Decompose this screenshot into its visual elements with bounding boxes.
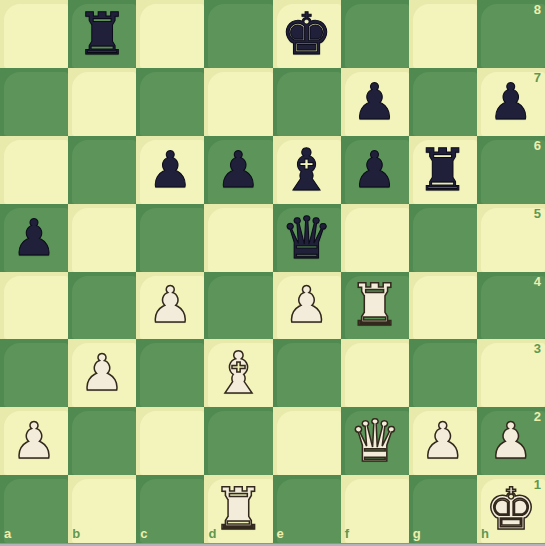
square-g3[interactable] <box>409 339 477 407</box>
square-d7[interactable] <box>204 68 272 136</box>
square-d8[interactable] <box>204 0 272 68</box>
square-a1[interactable]: a <box>0 475 68 543</box>
square-g8[interactable] <box>409 0 477 68</box>
square-inner-shading <box>72 208 136 272</box>
square-inner-shading <box>140 4 204 68</box>
square-inner-shading <box>413 208 477 272</box>
square-a3[interactable] <box>0 339 68 407</box>
piece-black-rook[interactable]: ♜ <box>409 136 477 204</box>
square-inner-shading <box>345 4 409 68</box>
piece-white-rook[interactable]: ♜ <box>341 272 409 340</box>
square-g7[interactable] <box>409 68 477 136</box>
piece-white-pawn[interactable]: ♟ <box>0 407 68 475</box>
square-inner-shading <box>72 140 136 204</box>
square-a4[interactable] <box>0 272 68 340</box>
square-a8[interactable] <box>0 0 68 68</box>
square-b7[interactable] <box>68 68 136 136</box>
square-d5[interactable] <box>204 204 272 272</box>
square-g5[interactable] <box>409 204 477 272</box>
square-f7[interactable]: ♟ <box>341 68 409 136</box>
piece-white-pawn[interactable]: ♟ <box>136 272 204 340</box>
piece-black-bishop[interactable]: ♝ <box>273 136 341 204</box>
square-c4[interactable]: ♟ <box>136 272 204 340</box>
square-d1[interactable]: ♜d <box>204 475 272 543</box>
square-inner-shading <box>4 276 68 340</box>
square-f6[interactable]: ♟ <box>341 136 409 204</box>
square-e2[interactable] <box>273 407 341 475</box>
square-inner-shading <box>140 343 204 407</box>
square-inner-shading <box>72 479 136 543</box>
square-a5[interactable]: ♟ <box>0 204 68 272</box>
square-c7[interactable] <box>136 68 204 136</box>
square-inner-shading <box>72 411 136 475</box>
square-inner-shading <box>413 479 477 543</box>
square-h3[interactable]: 3 <box>477 339 545 407</box>
file-label-g: g <box>413 527 421 540</box>
rank-label-6: 6 <box>534 139 541 152</box>
square-inner-shading <box>345 343 409 407</box>
square-inner-shading <box>413 4 477 68</box>
square-inner-shading <box>140 72 204 136</box>
square-a6[interactable] <box>0 136 68 204</box>
square-b2[interactable] <box>68 407 136 475</box>
square-inner-shading <box>4 479 68 543</box>
square-b3[interactable]: ♟ <box>68 339 136 407</box>
chess-board: ♜♚8♟♟7♟♟♝♟♜6♟♛5♟♟♜4♟♝3♟♛♟♟2abc♜defg♚1h <box>0 0 545 543</box>
square-d3[interactable]: ♝ <box>204 339 272 407</box>
square-c3[interactable] <box>136 339 204 407</box>
rank-label-3: 3 <box>534 342 541 355</box>
square-d6[interactable]: ♟ <box>204 136 272 204</box>
square-inner-shading <box>413 343 477 407</box>
piece-black-pawn[interactable]: ♟ <box>341 136 409 204</box>
file-label-f: f <box>345 527 349 540</box>
square-h7[interactable]: ♟7 <box>477 68 545 136</box>
square-h2[interactable]: ♟2 <box>477 407 545 475</box>
square-inner-shading <box>4 343 68 407</box>
piece-black-pawn[interactable]: ♟ <box>0 204 68 272</box>
square-inner-shading <box>345 208 409 272</box>
piece-white-queen[interactable]: ♛ <box>341 407 409 475</box>
square-b8[interactable]: ♜ <box>68 0 136 68</box>
square-inner-shading <box>277 411 341 475</box>
square-d4[interactable] <box>204 272 272 340</box>
square-f4[interactable]: ♜ <box>341 272 409 340</box>
square-f5[interactable] <box>341 204 409 272</box>
square-inner-shading <box>208 411 272 475</box>
piece-black-pawn[interactable]: ♟ <box>341 68 409 136</box>
square-inner-shading <box>72 276 136 340</box>
square-h8[interactable]: 8 <box>477 0 545 68</box>
square-e8[interactable]: ♚ <box>273 0 341 68</box>
square-a7[interactable] <box>0 68 68 136</box>
square-g6[interactable]: ♜ <box>409 136 477 204</box>
square-inner-shading <box>413 72 477 136</box>
piece-black-rook[interactable]: ♜ <box>68 0 136 68</box>
square-inner-shading <box>277 72 341 136</box>
square-e1[interactable]: e <box>273 475 341 543</box>
square-b4[interactable] <box>68 272 136 340</box>
square-inner-shading <box>208 276 272 340</box>
square-a2[interactable]: ♟ <box>0 407 68 475</box>
square-c5[interactable] <box>136 204 204 272</box>
square-f1[interactable]: f <box>341 475 409 543</box>
file-label-b: b <box>72 527 80 540</box>
square-e7[interactable] <box>273 68 341 136</box>
piece-black-pawn[interactable]: ♟ <box>204 136 272 204</box>
square-inner-shading <box>413 276 477 340</box>
square-b1[interactable]: b <box>68 475 136 543</box>
square-inner-shading <box>140 479 204 543</box>
square-b6[interactable] <box>68 136 136 204</box>
square-inner-shading <box>208 4 272 68</box>
piece-white-pawn[interactable]: ♟ <box>273 272 341 340</box>
piece-black-queen[interactable]: ♛ <box>273 204 341 272</box>
rank-label-4: 4 <box>534 275 541 288</box>
rank-label-7: 7 <box>534 71 541 84</box>
file-label-h: h <box>481 527 489 540</box>
rank-label-5: 5 <box>534 207 541 220</box>
square-inner-shading <box>208 208 272 272</box>
square-g4[interactable] <box>409 272 477 340</box>
file-label-a: a <box>4 527 11 540</box>
piece-black-king[interactable]: ♚ <box>273 0 341 68</box>
square-f8[interactable] <box>341 0 409 68</box>
square-h4[interactable]: 4 <box>477 272 545 340</box>
piece-white-pawn[interactable]: ♟ <box>68 339 136 407</box>
square-inner-shading <box>277 479 341 543</box>
square-inner-shading <box>277 343 341 407</box>
file-label-d: d <box>208 527 216 540</box>
square-e3[interactable] <box>273 339 341 407</box>
square-h1[interactable]: ♚1h <box>477 475 545 543</box>
square-d2[interactable] <box>204 407 272 475</box>
square-c8[interactable] <box>136 0 204 68</box>
square-c6[interactable]: ♟ <box>136 136 204 204</box>
rank-label-1: 1 <box>534 478 541 491</box>
rank-label-2: 2 <box>534 410 541 423</box>
square-f2[interactable]: ♛ <box>341 407 409 475</box>
square-e4[interactable]: ♟ <box>273 272 341 340</box>
piece-white-bishop[interactable]: ♝ <box>204 339 272 407</box>
square-g2[interactable]: ♟ <box>409 407 477 475</box>
file-label-c: c <box>140 527 147 540</box>
square-inner-shading <box>4 4 68 68</box>
piece-black-pawn[interactable]: ♟ <box>136 136 204 204</box>
square-e5[interactable]: ♛ <box>273 204 341 272</box>
square-e6[interactable]: ♝ <box>273 136 341 204</box>
page: ♜♚8♟♟7♟♟♝♟♜6♟♛5♟♟♜4♟♝3♟♛♟♟2abc♜defg♚1h <box>0 0 545 546</box>
square-inner-shading <box>4 140 68 204</box>
square-c2[interactable] <box>136 407 204 475</box>
rank-label-8: 8 <box>534 3 541 16</box>
square-h6[interactable]: 6 <box>477 136 545 204</box>
square-h5[interactable]: 5 <box>477 204 545 272</box>
square-inner-shading <box>140 411 204 475</box>
file-label-e: e <box>277 527 284 540</box>
square-g1[interactable]: g <box>409 475 477 543</box>
square-inner-shading <box>72 72 136 136</box>
square-b5[interactable] <box>68 204 136 272</box>
square-c1[interactable]: c <box>136 475 204 543</box>
square-inner-shading <box>208 72 272 136</box>
square-f3[interactable] <box>341 339 409 407</box>
piece-white-pawn[interactable]: ♟ <box>409 407 477 475</box>
square-inner-shading <box>4 72 68 136</box>
square-inner-shading <box>345 479 409 543</box>
square-inner-shading <box>140 208 204 272</box>
